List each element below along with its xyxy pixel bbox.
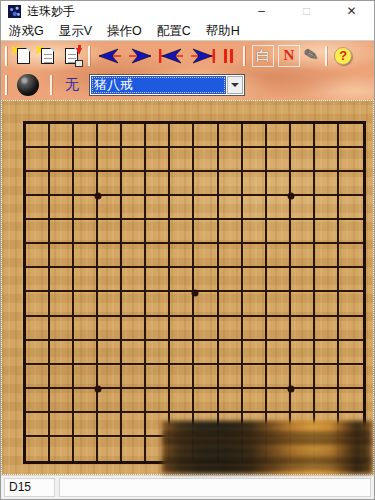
board-cell[interactable]	[243, 244, 267, 268]
board-cell[interactable]	[98, 148, 122, 172]
board-cell[interactable]	[146, 341, 170, 365]
board-cell[interactable]	[26, 244, 50, 268]
new-game-button[interactable]	[13, 46, 33, 66]
board-cell[interactable]	[98, 341, 122, 365]
pause-button[interactable]	[221, 49, 236, 63]
board-cell[interactable]	[26, 172, 50, 196]
board-cell[interactable]	[98, 389, 122, 413]
board-cell[interactable]	[219, 148, 243, 172]
star-point	[95, 193, 102, 200]
board-cell[interactable]	[291, 292, 315, 316]
board-cell[interactable]	[50, 341, 74, 365]
board-cell[interactable]	[170, 196, 194, 220]
board-cell[interactable]	[194, 244, 218, 268]
board-cell[interactable]	[194, 389, 218, 413]
board-cell[interactable]	[339, 172, 363, 196]
board-cell[interactable]	[74, 341, 98, 365]
board-cell[interactable]	[26, 389, 50, 413]
board-cell[interactable]	[339, 389, 363, 413]
board-cell[interactable]	[267, 172, 291, 196]
board-cell[interactable]	[267, 389, 291, 413]
help-icon: ?	[334, 47, 352, 65]
board-cell[interactable]	[339, 244, 363, 268]
board-cell[interactable]	[267, 244, 291, 268]
board-cell[interactable]	[98, 365, 122, 389]
main-toolbar: 白 N ✎ ?	[1, 41, 374, 70]
board-cell[interactable]	[315, 172, 339, 196]
board-cell[interactable]	[267, 292, 291, 316]
board-cell[interactable]	[194, 292, 218, 316]
step-back-button[interactable]	[97, 48, 123, 64]
close-button[interactable]: ✕	[329, 1, 374, 22]
board-cell[interactable]	[267, 220, 291, 244]
board-cell[interactable]	[74, 413, 98, 437]
board-cell[interactable]	[50, 389, 74, 413]
board-cell[interactable]	[50, 365, 74, 389]
board-cell[interactable]	[122, 124, 146, 148]
board-cell[interactable]	[194, 317, 218, 341]
menu-operate[interactable]: 操作O	[107, 23, 142, 40]
board-cell[interactable]	[291, 317, 315, 341]
board-cell[interactable]	[146, 148, 170, 172]
white-side-button[interactable]: 白	[252, 45, 274, 67]
board-cell[interactable]	[315, 292, 339, 316]
board-cell[interactable]	[98, 172, 122, 196]
board-cell[interactable]	[170, 341, 194, 365]
menu-view[interactable]: 显示V	[59, 23, 92, 40]
board-cell[interactable]	[74, 365, 98, 389]
board-cell[interactable]	[267, 124, 291, 148]
board-cell[interactable]	[146, 124, 170, 148]
board-cell[interactable]	[243, 148, 267, 172]
star-point	[191, 289, 198, 296]
board-cell[interactable]	[26, 292, 50, 316]
board-cell[interactable]	[315, 317, 339, 341]
board-cell[interactable]	[267, 268, 291, 292]
board-cell[interactable]	[50, 317, 74, 341]
board-cell[interactable]	[122, 196, 146, 220]
white-side-label: 白	[256, 47, 270, 65]
board-cell[interactable]	[170, 172, 194, 196]
board-cell[interactable]	[50, 268, 74, 292]
board-cell[interactable]	[219, 220, 243, 244]
maximize-button: □	[284, 1, 329, 22]
move-number-label: N	[284, 47, 295, 64]
board-cell[interactable]	[194, 365, 218, 389]
board-cell[interactable]	[339, 220, 363, 244]
board-cell[interactable]	[170, 148, 194, 172]
board-cell[interactable]	[74, 172, 98, 196]
app-icon	[8, 5, 21, 18]
board-cell[interactable]	[315, 389, 339, 413]
toolbar-separator	[243, 46, 245, 66]
board-cell[interactable]	[291, 220, 315, 244]
board-cell[interactable]	[146, 292, 170, 316]
board-cell[interactable]	[315, 365, 339, 389]
toolbar-area: 白 N ✎ ? 无 猪八戒	[1, 41, 374, 100]
new-page-icon	[13, 46, 33, 66]
board-cell[interactable]	[291, 389, 315, 413]
board-cell[interactable]	[74, 244, 98, 268]
board-cell[interactable]	[26, 268, 50, 292]
board-cell[interactable]	[267, 317, 291, 341]
board-cell[interactable]	[122, 317, 146, 341]
status-bar: D15	[1, 475, 374, 499]
arrow-right-icon	[127, 48, 153, 64]
board-cell[interactable]	[243, 341, 267, 365]
board-cell[interactable]	[146, 317, 170, 341]
open-page-icon	[37, 46, 57, 66]
board-cell[interactable]	[122, 148, 146, 172]
status-message	[59, 478, 371, 497]
board-cell[interactable]	[219, 365, 243, 389]
board-cell[interactable]	[194, 172, 218, 196]
board-cell[interactable]	[74, 437, 98, 461]
board-cell[interactable]	[122, 437, 146, 461]
board-cell[interactable]	[315, 244, 339, 268]
board-cell[interactable]	[243, 389, 267, 413]
chevron-down-icon	[231, 83, 239, 87]
board-cell[interactable]	[98, 196, 122, 220]
arrow-last-icon	[189, 48, 217, 64]
board-cell[interactable]	[291, 172, 315, 196]
go-to-end-button[interactable]	[189, 48, 217, 64]
board-cell[interactable]	[291, 124, 315, 148]
board-cell[interactable]	[170, 317, 194, 341]
board-cell[interactable]	[194, 148, 218, 172]
annotate-button[interactable]: ✎	[304, 45, 318, 66]
move-number-button[interactable]: N	[278, 45, 300, 67]
board-cell[interactable]	[26, 196, 50, 220]
window-title: 连珠妙手	[27, 3, 75, 20]
board-cell[interactable]	[315, 148, 339, 172]
board-cell[interactable]	[219, 124, 243, 148]
board-cell[interactable]	[194, 268, 218, 292]
board-cell[interactable]	[122, 268, 146, 292]
board-cell[interactable]	[339, 124, 363, 148]
board-cell[interactable]	[219, 172, 243, 196]
menu-game[interactable]: 游戏G	[9, 23, 44, 40]
board-cell[interactable]	[243, 124, 267, 148]
toolbar-separator	[325, 46, 327, 66]
board-cell[interactable]	[146, 389, 170, 413]
board-cell[interactable]	[26, 317, 50, 341]
board-cell[interactable]	[219, 389, 243, 413]
board-cell[interactable]	[122, 292, 146, 316]
help-button[interactable]: ?	[334, 47, 352, 65]
board-grid[interactable]	[23, 121, 366, 464]
board-cell[interactable]	[267, 148, 291, 172]
board-cell[interactable]	[50, 196, 74, 220]
save-page-icon	[61, 46, 81, 66]
player-bar: 无 猪八戒	[1, 70, 374, 100]
board-cell[interactable]	[315, 268, 339, 292]
board-cell[interactable]	[122, 220, 146, 244]
board-cell[interactable]	[170, 389, 194, 413]
board-cell[interactable]	[219, 341, 243, 365]
board-cell[interactable]	[339, 148, 363, 172]
arrow-left-icon	[97, 48, 123, 64]
pen-icon: ✎	[302, 44, 320, 68]
board-cell[interactable]	[26, 148, 50, 172]
board-cell[interactable]	[50, 148, 74, 172]
board-cell[interactable]	[243, 292, 267, 316]
star-point	[95, 385, 102, 392]
go-to-start-button[interactable]	[157, 48, 185, 64]
board-cell[interactable]	[98, 317, 122, 341]
board-cell[interactable]	[98, 220, 122, 244]
menu-config[interactable]: 配置C	[157, 23, 191, 40]
board-cell[interactable]	[50, 124, 74, 148]
board-cell[interactable]	[243, 196, 267, 220]
board-cell[interactable]	[339, 196, 363, 220]
board-cell[interactable]	[122, 244, 146, 268]
board-cell[interactable]	[50, 437, 74, 461]
menu-bar: 游戏G 显示V 操作O 配置C 帮助H	[1, 22, 374, 41]
board-cell[interactable]	[146, 268, 170, 292]
star-point	[287, 193, 294, 200]
board-cell[interactable]	[291, 268, 315, 292]
board-cell[interactable]	[219, 244, 243, 268]
board-cell[interactable]	[26, 413, 50, 437]
board-cell[interactable]	[146, 196, 170, 220]
board-cell[interactable]	[219, 268, 243, 292]
board-cell[interactable]	[339, 268, 363, 292]
board-cell[interactable]	[243, 268, 267, 292]
board-cell[interactable]	[170, 268, 194, 292]
board-cell[interactable]	[122, 389, 146, 413]
board-cell[interactable]	[339, 365, 363, 389]
board-cell[interactable]	[146, 172, 170, 196]
board-cell[interactable]	[219, 317, 243, 341]
board-cell[interactable]	[50, 292, 74, 316]
board-cell[interactable]	[170, 365, 194, 389]
board-cell[interactable]	[170, 124, 194, 148]
board-cell[interactable]	[291, 365, 315, 389]
board-cell[interactable]	[98, 413, 122, 437]
title-bar: 连珠妙手 – □ ✕	[1, 1, 374, 22]
board-cell[interactable]	[74, 268, 98, 292]
board-cell[interactable]	[219, 196, 243, 220]
black-stone-icon	[17, 74, 39, 96]
board-cell[interactable]	[315, 341, 339, 365]
board-cell[interactable]	[122, 413, 146, 437]
pause-icon	[221, 49, 236, 63]
board-panel	[1, 100, 374, 475]
board-cell[interactable]	[26, 341, 50, 365]
board-cell[interactable]	[98, 292, 122, 316]
save-game-button[interactable]	[61, 46, 81, 66]
board-cell[interactable]	[291, 341, 315, 365]
board-cell[interactable]	[98, 268, 122, 292]
board-cell[interactable]	[267, 341, 291, 365]
board-cell[interactable]	[170, 292, 194, 316]
board-cell[interactable]	[170, 220, 194, 244]
board-cell[interactable]	[339, 292, 363, 316]
cursor-coordinate: D15	[4, 478, 55, 497]
board-cell[interactable]	[74, 196, 98, 220]
toolbar-grip	[5, 46, 7, 66]
arrow-first-icon	[157, 48, 185, 64]
board-cell[interactable]	[50, 172, 74, 196]
app-window: 连珠妙手 – □ ✕ 游戏G 显示V 操作O 配置C 帮助H	[0, 0, 375, 500]
engine-select[interactable]: 猪八戒	[89, 74, 245, 96]
open-game-button[interactable]	[37, 46, 57, 66]
board-cell[interactable]	[291, 148, 315, 172]
step-forward-button[interactable]	[127, 48, 153, 64]
board-cell[interactable]	[26, 437, 50, 461]
board-cell[interactable]	[243, 365, 267, 389]
board-cell[interactable]	[291, 196, 315, 220]
board-cell[interactable]	[339, 341, 363, 365]
board-cell[interactable]	[98, 244, 122, 268]
board-cell[interactable]	[50, 244, 74, 268]
board-cell[interactable]	[291, 244, 315, 268]
board-cell[interactable]	[122, 365, 146, 389]
board-cell[interactable]	[50, 413, 74, 437]
board-cell[interactable]	[194, 124, 218, 148]
none-label: 无	[65, 76, 79, 94]
toolbar-grip	[5, 75, 7, 95]
board-cell[interactable]	[267, 196, 291, 220]
board-cell[interactable]	[122, 341, 146, 365]
board-cell[interactable]	[50, 220, 74, 244]
board-cell[interactable]	[146, 365, 170, 389]
board-cell[interactable]	[170, 244, 194, 268]
board-cell[interactable]	[315, 124, 339, 148]
board-cell[interactable]	[98, 124, 122, 148]
toolbar-separator	[50, 75, 52, 95]
board-cell[interactable]	[74, 148, 98, 172]
board-cell[interactable]	[267, 365, 291, 389]
board-cell[interactable]	[194, 341, 218, 365]
board-cell[interactable]	[122, 172, 146, 196]
engine-select-value: 猪八戒	[91, 76, 226, 94]
toolbar-separator	[88, 46, 90, 66]
window-controls: – □ ✕	[239, 1, 374, 22]
board-cell[interactable]	[146, 244, 170, 268]
board-cell[interactable]	[98, 437, 122, 461]
board-cell[interactable]	[243, 172, 267, 196]
board-cell[interactable]	[194, 196, 218, 220]
board-cell[interactable]	[315, 196, 339, 220]
board-cell[interactable]	[74, 220, 98, 244]
board-cell[interactable]	[339, 317, 363, 341]
board-cell[interactable]	[219, 292, 243, 316]
board-cell[interactable]	[146, 220, 170, 244]
board-cell[interactable]	[74, 389, 98, 413]
board-cell[interactable]	[315, 220, 339, 244]
board-cell[interactable]	[74, 317, 98, 341]
board-cell[interactable]	[243, 220, 267, 244]
engine-select-dropdown-button[interactable]	[227, 76, 243, 94]
blur-artifact	[162, 421, 372, 474]
board-cell[interactable]	[26, 220, 50, 244]
board-cell[interactable]	[74, 124, 98, 148]
board-cell[interactable]	[194, 220, 218, 244]
board-cell[interactable]	[74, 292, 98, 316]
menu-help[interactable]: 帮助H	[206, 23, 240, 40]
minimize-button[interactable]: –	[239, 1, 284, 22]
board-cell[interactable]	[26, 124, 50, 148]
board-cell[interactable]	[26, 365, 50, 389]
board-cell[interactable]	[243, 317, 267, 341]
star-point	[287, 385, 294, 392]
